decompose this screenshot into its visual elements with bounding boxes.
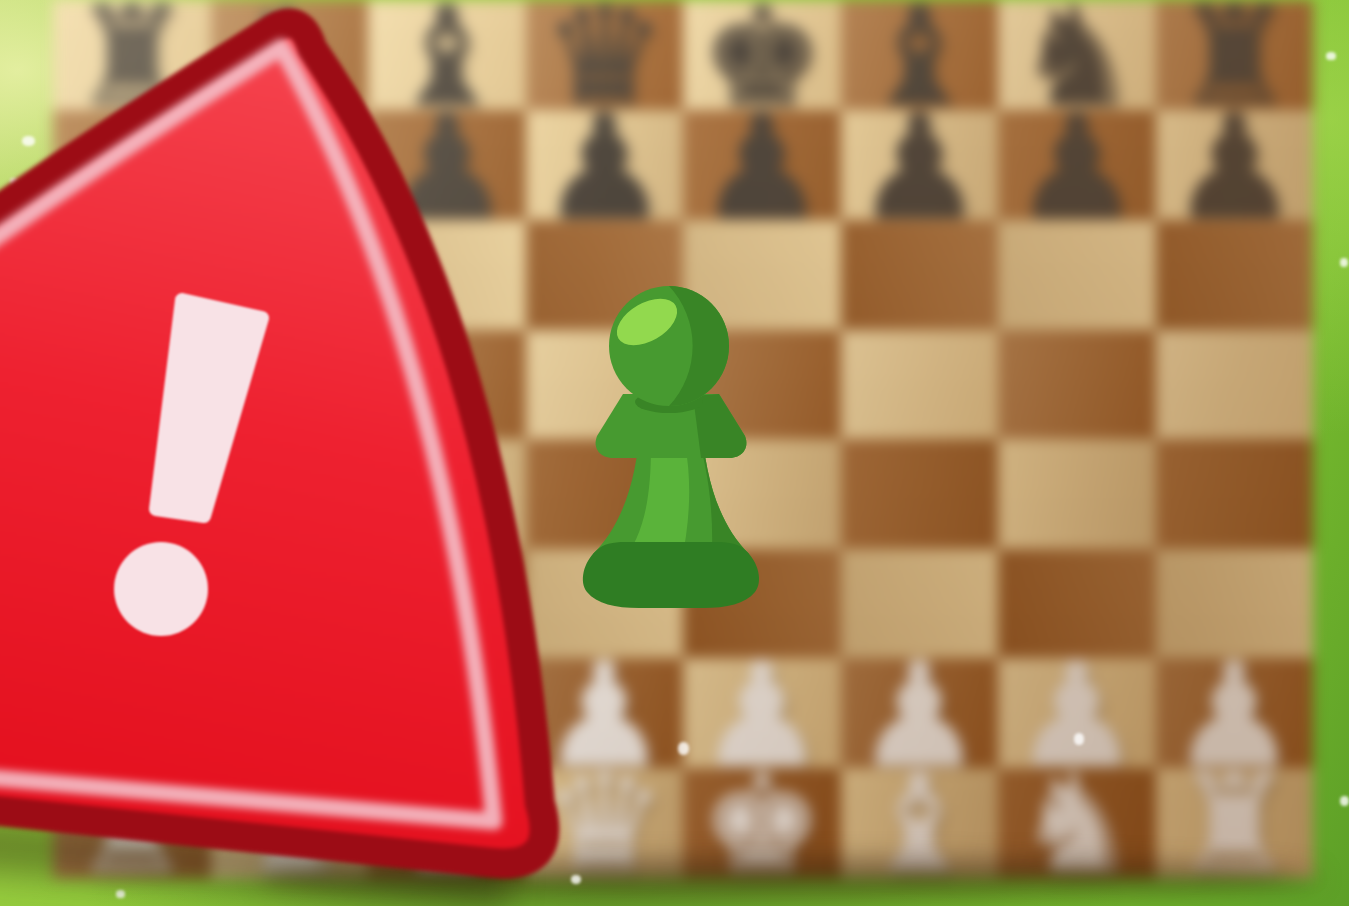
warning-triangle-icon — [0, 0, 1349, 906]
triangle-outline — [0, 23, 544, 863]
exclamation-dot — [114, 542, 208, 636]
app-background: ♜♞♝♛♚♝♞♜♟♟♟♟♟♟♟♟♟♟♟♟♟♟♟♟♜♞♝♛♚♝♞♜ — [0, 0, 1349, 906]
